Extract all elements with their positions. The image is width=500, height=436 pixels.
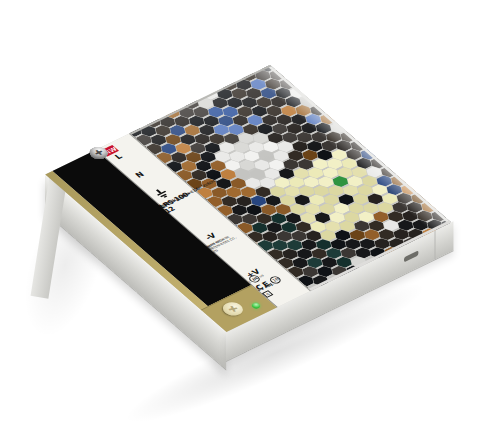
vent-slot <box>404 250 418 262</box>
terminal-7-+V: ✚ <box>96 150 99 153</box>
product-photo: MW MEAN WELL LRS-100-12 INPUT: 100-240V~… <box>0 0 500 436</box>
power-led <box>250 302 262 310</box>
earth-ground-icon <box>152 188 170 200</box>
voltage-trimmer: ✚ <box>220 301 246 318</box>
panel-seam <box>435 230 436 259</box>
